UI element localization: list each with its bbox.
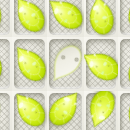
tray-cell [0, 91, 12, 130]
tray-cell [118, 37, 130, 91]
tray-cell [12, 37, 47, 91]
tray-cell [12, 0, 47, 37]
tray-cell [84, 91, 118, 130]
tray-cell [47, 0, 84, 37]
tray-cell [118, 0, 130, 37]
rhinestone-tray-photo [0, 0, 130, 130]
tray-cell [47, 91, 84, 130]
tray-cell [12, 91, 47, 130]
crystal-partial [0, 43, 6, 85]
tray-cell [0, 0, 12, 37]
tray-cell [118, 91, 130, 130]
crystal-face-up [84, 0, 118, 37]
tray-grid [0, 0, 130, 130]
tray-cell [84, 37, 118, 91]
tray-cell [84, 0, 118, 37]
tray-cell [47, 37, 84, 91]
tray-cell [0, 37, 12, 91]
